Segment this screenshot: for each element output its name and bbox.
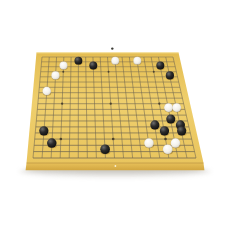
white-stone[interactable] xyxy=(111,57,119,65)
white-stone[interactable] xyxy=(59,62,67,70)
hoshi-point xyxy=(110,103,112,105)
product-photo xyxy=(0,0,230,230)
black-stone[interactable] xyxy=(150,120,159,129)
hoshi-point xyxy=(158,103,160,105)
hoshi-point xyxy=(164,138,167,141)
hoshi-point xyxy=(60,138,63,141)
black-stone[interactable] xyxy=(100,144,110,154)
white-stone[interactable] xyxy=(164,103,173,112)
black-stone[interactable] xyxy=(166,71,174,79)
hoshi-point xyxy=(61,103,63,105)
white-stone[interactable] xyxy=(51,71,59,79)
black-stone[interactable] xyxy=(160,126,169,135)
white-stone[interactable] xyxy=(172,103,181,112)
white-stone[interactable] xyxy=(171,138,181,148)
black-stone[interactable] xyxy=(39,126,48,135)
black-stone[interactable] xyxy=(74,57,82,65)
hoshi-point xyxy=(112,138,115,141)
white-stone[interactable] xyxy=(42,87,51,96)
hoshi-point xyxy=(62,71,64,73)
edge-mark xyxy=(111,47,113,49)
black-stone[interactable] xyxy=(166,115,175,124)
black-stone[interactable] xyxy=(47,138,57,148)
hoshi-point xyxy=(108,71,110,73)
white-stone[interactable] xyxy=(163,144,173,154)
black-stone[interactable] xyxy=(177,126,186,135)
front-edge-speck xyxy=(115,165,117,167)
white-stone[interactable] xyxy=(133,57,141,65)
black-stone[interactable] xyxy=(156,62,164,70)
go-board xyxy=(0,0,230,230)
hoshi-point xyxy=(153,71,155,73)
black-stone[interactable] xyxy=(89,62,97,70)
white-stone[interactable] xyxy=(144,138,154,148)
